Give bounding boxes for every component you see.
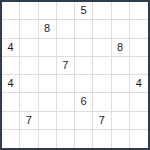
cell-r3c2[interactable] — [20, 39, 38, 57]
cell-r7c6-clue: 7 — [93, 112, 111, 130]
cell-r4c1[interactable] — [2, 57, 20, 75]
cell-r3c3[interactable] — [39, 39, 57, 57]
cell-r1c4[interactable] — [57, 2, 75, 20]
cell-r6c5-clue: 6 — [75, 93, 93, 111]
cell-r5c4[interactable] — [57, 75, 75, 93]
cell-r1c5-clue: 5 — [75, 2, 93, 20]
cell-r5c2[interactable] — [20, 75, 38, 93]
cell-r7c3[interactable] — [39, 112, 57, 130]
cell-r8c7[interactable] — [112, 130, 130, 148]
cell-r7c5[interactable] — [75, 112, 93, 130]
cell-r2c5[interactable] — [75, 20, 93, 38]
cell-r5c8-clue: 4 — [130, 75, 148, 93]
cell-r4c3[interactable] — [39, 57, 57, 75]
cell-r8c2[interactable] — [20, 130, 38, 148]
cell-r2c6[interactable] — [93, 20, 111, 38]
cell-r6c1[interactable] — [2, 93, 20, 111]
cell-r3c1-clue: 4 — [2, 39, 20, 57]
puzzle-board: 5 8 4 8 7 4 4 6 7 7 — [0, 0, 150, 150]
cell-r5c1-clue: 4 — [2, 75, 20, 93]
cell-r8c6[interactable] — [93, 130, 111, 148]
cell-r6c8[interactable] — [130, 93, 148, 111]
cell-r2c3-clue: 8 — [39, 20, 57, 38]
cell-r1c1[interactable] — [2, 2, 20, 20]
cell-r7c7[interactable] — [112, 112, 130, 130]
cell-r7c1[interactable] — [2, 112, 20, 130]
cell-r3c5[interactable] — [75, 39, 93, 57]
cell-r3c7-clue: 8 — [112, 39, 130, 57]
cell-r1c7[interactable] — [112, 2, 130, 20]
cell-r8c4[interactable] — [57, 130, 75, 148]
cell-r5c5[interactable] — [75, 75, 93, 93]
cell-r3c6[interactable] — [93, 39, 111, 57]
cell-r1c3[interactable] — [39, 2, 57, 20]
cell-r4c4-clue: 7 — [57, 57, 75, 75]
cell-r1c2[interactable] — [20, 2, 38, 20]
cell-r3c8[interactable] — [130, 39, 148, 57]
cell-r4c7[interactable] — [112, 57, 130, 75]
cell-r8c5[interactable] — [75, 130, 93, 148]
cell-r1c6[interactable] — [93, 2, 111, 20]
cell-r3c4[interactable] — [57, 39, 75, 57]
cell-r5c6[interactable] — [93, 75, 111, 93]
cell-r7c2-clue: 7 — [20, 112, 38, 130]
cell-r4c2[interactable] — [20, 57, 38, 75]
cell-r1c8[interactable] — [130, 2, 148, 20]
cell-r2c4[interactable] — [57, 20, 75, 38]
cell-r8c8[interactable] — [130, 130, 148, 148]
cell-r8c1[interactable] — [2, 130, 20, 148]
cell-r4c5[interactable] — [75, 57, 93, 75]
cell-r2c1[interactable] — [2, 20, 20, 38]
cell-r6c2[interactable] — [20, 93, 38, 111]
cell-r6c7[interactable] — [112, 93, 130, 111]
cell-r2c8[interactable] — [130, 20, 148, 38]
cell-r7c8[interactable] — [130, 112, 148, 130]
cell-r5c7[interactable] — [112, 75, 130, 93]
cell-r5c3[interactable] — [39, 75, 57, 93]
cell-r4c8[interactable] — [130, 57, 148, 75]
cell-r7c4[interactable] — [57, 112, 75, 130]
cell-r6c4[interactable] — [57, 93, 75, 111]
cell-r2c7[interactable] — [112, 20, 130, 38]
cell-r8c3[interactable] — [39, 130, 57, 148]
cell-r6c3[interactable] — [39, 93, 57, 111]
cell-r4c6[interactable] — [93, 57, 111, 75]
cell-r6c6[interactable] — [93, 93, 111, 111]
cell-r2c2[interactable] — [20, 20, 38, 38]
